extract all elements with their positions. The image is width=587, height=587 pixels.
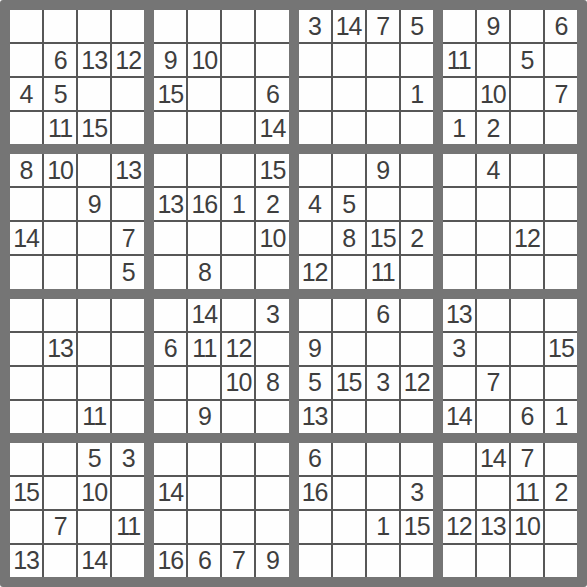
cell-r1c6-empty[interactable] (188, 10, 220, 42)
cell-r16c15-empty[interactable] (511, 545, 543, 577)
cell-r10c16-given[interactable]: 15 (545, 333, 577, 365)
cell-r8c14-empty[interactable] (477, 256, 509, 288)
cell-r3c9-empty[interactable] (299, 78, 331, 110)
cell-r3c2-given[interactable]: 5 (44, 78, 76, 110)
cell-r14c6-empty[interactable] (188, 477, 220, 509)
cell-r15c11-given[interactable]: 1 (367, 511, 399, 543)
cell-r10c4-empty[interactable] (112, 333, 144, 365)
cell-r11c15-empty[interactable] (511, 367, 543, 399)
cell-r10c11-empty[interactable] (367, 333, 399, 365)
box-r2c1: 8101391475 (10, 154, 144, 288)
cell-r10c14-empty[interactable] (477, 333, 509, 365)
cell-r3c1-given[interactable]: 4 (10, 78, 42, 110)
cell-r4c8-given[interactable]: 14 (256, 112, 288, 144)
cell-r14c15-given[interactable]: 11 (511, 477, 543, 509)
cell-r7c8-given[interactable]: 10 (256, 222, 288, 254)
box-r3c1: 1311 (10, 299, 144, 433)
cell-r12c13-given[interactable]: 14 (443, 401, 475, 433)
cell-r14c4-empty[interactable] (112, 477, 144, 509)
cell-r6c5-given[interactable]: 13 (154, 188, 186, 220)
cell-r9c10-empty[interactable] (333, 299, 365, 331)
cell-r16c13-empty[interactable] (443, 545, 475, 577)
cell-r14c1-given[interactable]: 15 (10, 477, 42, 509)
cell-r3c4-empty[interactable] (112, 78, 144, 110)
cell-r5c8-given[interactable]: 15 (256, 154, 288, 186)
cell-r1c11-given[interactable]: 7 (367, 10, 399, 42)
cell-r6c1-empty[interactable] (10, 188, 42, 220)
cell-r11c1-empty[interactable] (10, 367, 42, 399)
cell-r4c10-empty[interactable] (333, 112, 365, 144)
cell-r10c3-empty[interactable] (78, 333, 110, 365)
cell-r16c7-given[interactable]: 7 (222, 545, 254, 577)
cell-r6c9-given[interactable]: 4 (299, 188, 331, 220)
cell-r7c16-empty[interactable] (545, 222, 577, 254)
cell-r13c6-empty[interactable] (188, 443, 220, 475)
cell-r16c2-empty[interactable] (44, 545, 76, 577)
cell-r4c11-empty[interactable] (367, 112, 399, 144)
cell-r3c16-given[interactable]: 7 (545, 78, 577, 110)
cell-r7c12-given[interactable]: 2 (401, 222, 433, 254)
cell-r11c5-empty[interactable] (154, 367, 186, 399)
cell-r5c3-empty[interactable] (78, 154, 110, 186)
cell-r1c14-given[interactable]: 9 (477, 10, 509, 42)
cell-r1c12-given[interactable]: 5 (401, 10, 433, 42)
cell-r9c14-empty[interactable] (477, 299, 509, 331)
cell-r5c2-given[interactable]: 10 (44, 154, 76, 186)
box-r2c4: 412 (443, 154, 577, 288)
cell-r9c4-empty[interactable] (112, 299, 144, 331)
cell-r12c15-given[interactable]: 6 (511, 401, 543, 433)
cell-r1c1-empty[interactable] (10, 10, 42, 42)
box-r4c4: 147112121310 (443, 443, 577, 577)
cell-r7c11-given[interactable]: 15 (367, 222, 399, 254)
cell-r2c16-empty[interactable] (545, 44, 577, 76)
cell-r13c2-empty[interactable] (44, 443, 76, 475)
cell-r6c2-empty[interactable] (44, 188, 76, 220)
cell-r6c8-given[interactable]: 2 (256, 188, 288, 220)
cell-r7c4-given[interactable]: 7 (112, 222, 144, 254)
cell-r1c8-empty[interactable] (256, 10, 288, 42)
cell-r7c10-given[interactable]: 8 (333, 222, 365, 254)
sudoku-board: 6131245111591015614314751961151071281013… (0, 0, 587, 587)
cell-r9c1-empty[interactable] (10, 299, 42, 331)
cell-r2c9-empty[interactable] (299, 44, 331, 76)
cell-r10c2-given[interactable]: 13 (44, 333, 76, 365)
cell-r14c10-empty[interactable] (333, 477, 365, 509)
cell-r4c2-given[interactable]: 11 (44, 112, 76, 144)
cell-r12c2-empty[interactable] (44, 401, 76, 433)
cell-r16c10-empty[interactable] (333, 545, 365, 577)
cell-r15c13-given[interactable]: 12 (443, 511, 475, 543)
cell-r9c5-empty[interactable] (154, 299, 186, 331)
cell-r14c7-empty[interactable] (222, 477, 254, 509)
cell-r8c12-empty[interactable] (401, 256, 433, 288)
cell-r13c12-empty[interactable] (401, 443, 433, 475)
cell-r7c2-empty[interactable] (44, 222, 76, 254)
cell-r11c3-empty[interactable] (78, 367, 110, 399)
cell-r1c5-empty[interactable] (154, 10, 186, 42)
cell-r15c2-given[interactable]: 7 (44, 511, 76, 543)
cell-r10c7-given[interactable]: 12 (222, 333, 254, 365)
cell-r5c16-empty[interactable] (545, 154, 577, 186)
cell-r2c2-given[interactable]: 6 (44, 44, 76, 76)
cell-r5c10-empty[interactable] (333, 154, 365, 186)
cell-r3c12-given[interactable]: 1 (401, 78, 433, 110)
cell-r11c6-empty[interactable] (188, 367, 220, 399)
cell-r2c14-empty[interactable] (477, 44, 509, 76)
box-r2c2: 15131612108 (154, 154, 288, 288)
cell-r8c9-given[interactable]: 12 (299, 256, 331, 288)
cell-r8c1-empty[interactable] (10, 256, 42, 288)
cell-r5c9-empty[interactable] (299, 154, 331, 186)
box-r3c3: 6951531213 (299, 299, 433, 433)
cell-r8c3-empty[interactable] (78, 256, 110, 288)
cell-r8c15-empty[interactable] (511, 256, 543, 288)
cell-r16c9-empty[interactable] (299, 545, 331, 577)
cell-r12c8-empty[interactable] (256, 401, 288, 433)
cell-r5c7-empty[interactable] (222, 154, 254, 186)
cell-r12c4-empty[interactable] (112, 401, 144, 433)
cell-r10c8-empty[interactable] (256, 333, 288, 365)
cell-r1c7-empty[interactable] (222, 10, 254, 42)
cell-r4c6-empty[interactable] (188, 112, 220, 144)
cell-r9c7-empty[interactable] (222, 299, 254, 331)
cell-r11c12-given[interactable]: 12 (401, 367, 433, 399)
cell-r2c8-empty[interactable] (256, 44, 288, 76)
cell-r14c5-given[interactable]: 14 (154, 477, 186, 509)
cell-r1c9-given[interactable]: 3 (299, 10, 331, 42)
cell-r15c15-given[interactable]: 10 (511, 511, 543, 543)
cell-r6c14-empty[interactable] (477, 188, 509, 220)
box-r1c4: 9611510712 (443, 10, 577, 144)
cell-r2c12-empty[interactable] (401, 44, 433, 76)
cell-r16c16-empty[interactable] (545, 545, 577, 577)
cell-r9c8-given[interactable]: 3 (256, 299, 288, 331)
cell-r5c4-given[interactable]: 13 (112, 154, 144, 186)
cell-r11c8-given[interactable]: 8 (256, 367, 288, 399)
cell-r15c1-empty[interactable] (10, 511, 42, 543)
cell-r11c10-given[interactable]: 15 (333, 367, 365, 399)
cell-r6c3-given[interactable]: 9 (78, 188, 110, 220)
cell-r14c3-given[interactable]: 10 (78, 477, 110, 509)
cell-r4c14-given[interactable]: 2 (477, 112, 509, 144)
box-r4c2: 1416679 (154, 443, 288, 577)
cell-r6c6-given[interactable]: 16 (188, 188, 220, 220)
cell-r6c4-empty[interactable] (112, 188, 144, 220)
cell-r8c4-given[interactable]: 5 (112, 256, 144, 288)
cell-r9c6-given[interactable]: 14 (188, 299, 220, 331)
cell-r4c15-empty[interactable] (511, 112, 543, 144)
cell-r15c8-empty[interactable] (256, 511, 288, 543)
cell-r7c6-empty[interactable] (188, 222, 220, 254)
cell-r14c13-empty[interactable] (443, 477, 475, 509)
cell-r16c12-empty[interactable] (401, 545, 433, 577)
cell-r7c9-empty[interactable] (299, 222, 331, 254)
cell-r5c6-empty[interactable] (188, 154, 220, 186)
cell-r7c7-empty[interactable] (222, 222, 254, 254)
cell-r6c12-empty[interactable] (401, 188, 433, 220)
box-r3c4: 1331571461 (443, 299, 577, 433)
cell-r4c5-empty[interactable] (154, 112, 186, 144)
cell-r11c14-given[interactable]: 7 (477, 367, 509, 399)
cell-r16c1-given[interactable]: 13 (10, 545, 42, 577)
cell-r3c10-empty[interactable] (333, 78, 365, 110)
cell-r15c5-empty[interactable] (154, 511, 186, 543)
cell-r15c4-given[interactable]: 11 (112, 511, 144, 543)
cell-r13c3-given[interactable]: 5 (78, 443, 110, 475)
cell-r5c12-empty[interactable] (401, 154, 433, 186)
cell-r11c9-given[interactable]: 5 (299, 367, 331, 399)
cell-r14c11-empty[interactable] (367, 477, 399, 509)
cell-r2c6-given[interactable]: 10 (188, 44, 220, 76)
cell-r11c11-given[interactable]: 3 (367, 367, 399, 399)
cell-r12c3-given[interactable]: 11 (78, 401, 110, 433)
cell-r6c16-empty[interactable] (545, 188, 577, 220)
cell-r8c6-given[interactable]: 8 (188, 256, 220, 288)
cell-r4c9-empty[interactable] (299, 112, 331, 144)
cell-r15c12-given[interactable]: 15 (401, 511, 433, 543)
cell-r9c12-empty[interactable] (401, 299, 433, 331)
cell-r13c7-empty[interactable] (222, 443, 254, 475)
cell-r1c10-given[interactable]: 14 (333, 10, 365, 42)
cell-r16c4-empty[interactable] (112, 545, 144, 577)
cell-r12c1-empty[interactable] (10, 401, 42, 433)
cell-r5c13-empty[interactable] (443, 154, 475, 186)
cell-r4c13-given[interactable]: 1 (443, 112, 475, 144)
cell-r11c7-given[interactable]: 10 (222, 367, 254, 399)
cell-r9c16-empty[interactable] (545, 299, 577, 331)
cell-r10c15-empty[interactable] (511, 333, 543, 365)
cell-r10c5-given[interactable]: 6 (154, 333, 186, 365)
cell-r3c13-empty[interactable] (443, 78, 475, 110)
cell-r13c14-given[interactable]: 14 (477, 443, 509, 475)
cell-r6c13-empty[interactable] (443, 188, 475, 220)
cell-r8c11-given[interactable]: 11 (367, 256, 399, 288)
cell-r8c2-empty[interactable] (44, 256, 76, 288)
cell-r6c10-given[interactable]: 5 (333, 188, 365, 220)
cell-r8c10-empty[interactable] (333, 256, 365, 288)
cell-r13c15-given[interactable]: 7 (511, 443, 543, 475)
box-r4c1: 5315107111314 (10, 443, 144, 577)
cell-r12c6-given[interactable]: 9 (188, 401, 220, 433)
cell-r9c3-empty[interactable] (78, 299, 110, 331)
cell-r6c11-empty[interactable] (367, 188, 399, 220)
cell-r8c13-empty[interactable] (443, 256, 475, 288)
cell-r10c1-empty[interactable] (10, 333, 42, 365)
cell-r5c5-empty[interactable] (154, 154, 186, 186)
cell-r7c1-given[interactable]: 14 (10, 222, 42, 254)
cell-r8c7-empty[interactable] (222, 256, 254, 288)
cell-r6c7-given[interactable]: 1 (222, 188, 254, 220)
cell-r12c5-empty[interactable] (154, 401, 186, 433)
cell-r2c11-empty[interactable] (367, 44, 399, 76)
cell-r1c16-given[interactable]: 6 (545, 10, 577, 42)
cell-r7c5-empty[interactable] (154, 222, 186, 254)
cell-r14c14-empty[interactable] (477, 477, 509, 509)
cell-r14c12-given[interactable]: 3 (401, 477, 433, 509)
cell-r16c5-given[interactable]: 16 (154, 545, 186, 577)
cell-r8c5-empty[interactable] (154, 256, 186, 288)
box-r1c3: 314751 (299, 10, 433, 144)
cell-r13c13-empty[interactable] (443, 443, 475, 475)
cell-r13c8-empty[interactable] (256, 443, 288, 475)
cell-r7c15-given[interactable]: 12 (511, 222, 543, 254)
cell-r6c15-empty[interactable] (511, 188, 543, 220)
cell-r16c11-empty[interactable] (367, 545, 399, 577)
cell-r4c7-empty[interactable] (222, 112, 254, 144)
cell-r12c11-empty[interactable] (367, 401, 399, 433)
cell-r9c11-given[interactable]: 6 (367, 299, 399, 331)
cell-r3c5-given[interactable]: 15 (154, 78, 186, 110)
cell-r1c13-empty[interactable] (443, 10, 475, 42)
cell-r12c9-given[interactable]: 13 (299, 401, 331, 433)
cell-r13c10-empty[interactable] (333, 443, 365, 475)
cell-r15c14-given[interactable]: 13 (477, 511, 509, 543)
cell-r12c12-empty[interactable] (401, 401, 433, 433)
cell-r11c4-empty[interactable] (112, 367, 144, 399)
cell-r12c14-empty[interactable] (477, 401, 509, 433)
cell-r13c5-empty[interactable] (154, 443, 186, 475)
cell-r2c3-given[interactable]: 13 (78, 44, 110, 76)
box-r3c2: 143611121089 (154, 299, 288, 433)
cell-r3c3-empty[interactable] (78, 78, 110, 110)
cell-r5c11-given[interactable]: 9 (367, 154, 399, 186)
cell-r1c15-empty[interactable] (511, 10, 543, 42)
cell-r10c13-given[interactable]: 3 (443, 333, 475, 365)
cell-r16c8-given[interactable]: 9 (256, 545, 288, 577)
cell-r14c16-given[interactable]: 2 (545, 477, 577, 509)
box-r1c1: 61312451115 (10, 10, 144, 144)
cell-r7c14-empty[interactable] (477, 222, 509, 254)
cell-r13c11-empty[interactable] (367, 443, 399, 475)
cell-r12c10-empty[interactable] (333, 401, 365, 433)
cell-r8c16-empty[interactable] (545, 256, 577, 288)
cell-r9c15-empty[interactable] (511, 299, 543, 331)
cell-r10c6-given[interactable]: 11 (188, 333, 220, 365)
cell-r5c14-given[interactable]: 4 (477, 154, 509, 186)
cell-r7c13-empty[interactable] (443, 222, 475, 254)
cell-r14c9-given[interactable]: 16 (299, 477, 331, 509)
cell-r9c9-empty[interactable] (299, 299, 331, 331)
cell-r13c9-given[interactable]: 6 (299, 443, 331, 475)
cell-r15c9-empty[interactable] (299, 511, 331, 543)
cell-r8c8-empty[interactable] (256, 256, 288, 288)
cell-r12c16-given[interactable]: 1 (545, 401, 577, 433)
cell-r5c1-given[interactable]: 8 (10, 154, 42, 186)
cell-r9c2-empty[interactable] (44, 299, 76, 331)
cell-r15c3-empty[interactable] (78, 511, 110, 543)
cell-r3c8-given[interactable]: 6 (256, 78, 288, 110)
cell-r15c6-empty[interactable] (188, 511, 220, 543)
box-r2c3: 94581521211 (299, 154, 433, 288)
cell-r4c16-empty[interactable] (545, 112, 577, 144)
cell-r4c1-empty[interactable] (10, 112, 42, 144)
cell-r2c7-empty[interactable] (222, 44, 254, 76)
cell-r1c4-empty[interactable] (112, 10, 144, 42)
cell-r2c5-given[interactable]: 9 (154, 44, 186, 76)
cell-r1c2-empty[interactable] (44, 10, 76, 42)
cell-r2c10-empty[interactable] (333, 44, 365, 76)
cell-r4c12-empty[interactable] (401, 112, 433, 144)
cell-r2c13-given[interactable]: 11 (443, 44, 475, 76)
cell-r14c2-empty[interactable] (44, 477, 76, 509)
cell-r11c16-empty[interactable] (545, 367, 577, 399)
cell-r9c13-given[interactable]: 13 (443, 299, 475, 331)
cell-r11c2-empty[interactable] (44, 367, 76, 399)
cell-r15c10-empty[interactable] (333, 511, 365, 543)
cell-r7c3-empty[interactable] (78, 222, 110, 254)
cell-r3c6-empty[interactable] (188, 78, 220, 110)
box-r1c2: 91015614 (154, 10, 288, 144)
cell-r2c1-empty[interactable] (10, 44, 42, 76)
cell-r13c16-empty[interactable] (545, 443, 577, 475)
cell-r13c4-given[interactable]: 3 (112, 443, 144, 475)
cell-r1c3-empty[interactable] (78, 10, 110, 42)
cell-r3c7-empty[interactable] (222, 78, 254, 110)
cell-r16c14-empty[interactable] (477, 545, 509, 577)
cell-r11c13-empty[interactable] (443, 367, 475, 399)
cell-r16c3-given[interactable]: 14 (78, 545, 110, 577)
cell-r10c12-empty[interactable] (401, 333, 433, 365)
cell-r2c4-given[interactable]: 12 (112, 44, 144, 76)
cell-r5c15-empty[interactable] (511, 154, 543, 186)
cell-r2c15-given[interactable]: 5 (511, 44, 543, 76)
cell-r14c8-empty[interactable] (256, 477, 288, 509)
cell-r10c9-given[interactable]: 9 (299, 333, 331, 365)
cell-r4c3-given[interactable]: 15 (78, 112, 110, 144)
cell-r15c16-empty[interactable] (545, 511, 577, 543)
cell-r12c7-empty[interactable] (222, 401, 254, 433)
cell-r4c4-empty[interactable] (112, 112, 144, 144)
cell-r10c10-empty[interactable] (333, 333, 365, 365)
cell-r15c7-empty[interactable] (222, 511, 254, 543)
cell-r3c15-empty[interactable] (511, 78, 543, 110)
cell-r3c14-given[interactable]: 10 (477, 78, 509, 110)
cell-r3c11-empty[interactable] (367, 78, 399, 110)
cell-r16c6-given[interactable]: 6 (188, 545, 220, 577)
cell-r13c1-empty[interactable] (10, 443, 42, 475)
box-r4c3: 6163115 (299, 443, 433, 577)
